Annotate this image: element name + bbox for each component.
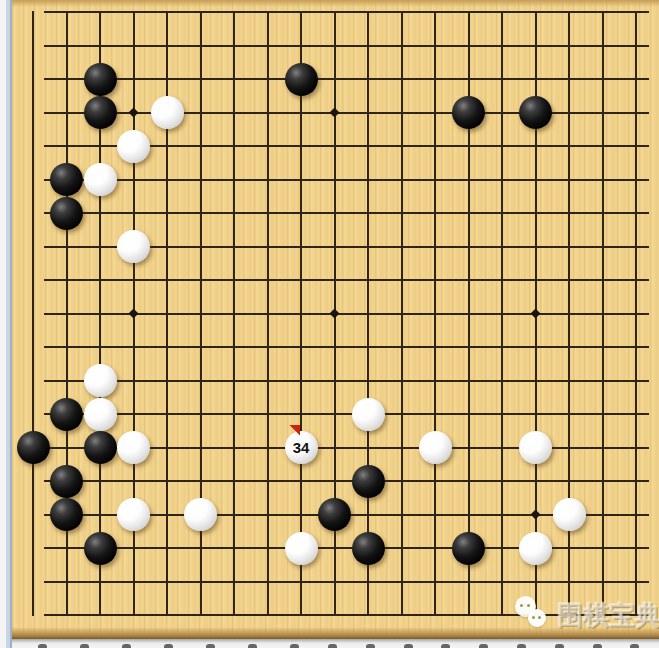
grid-line-horizontal [44,212,649,214]
black-stone [17,431,50,464]
black-stone [50,465,83,498]
cutoff-stone-top [290,644,299,648]
black-stone [452,532,485,565]
grid-line-horizontal [44,45,649,47]
grid-line-vertical [401,11,403,616]
black-stone [452,96,485,129]
watermark-text: 围棋宝典 [557,598,659,633]
board-top-edge [12,0,659,7]
white-stone [117,130,150,163]
cutoff-stone-top [593,644,602,648]
white-stone [285,532,318,565]
go-diagram-screenshot: 34 围棋宝典 [0,0,659,648]
white-stone [84,364,117,397]
grid-line-horizontal [44,11,649,13]
wechat-icon [515,596,551,632]
white-stone [117,230,150,263]
cutoff-stone-top [555,644,564,648]
cutoff-stone-top [441,644,450,648]
cutoff-stone-top [404,644,413,648]
black-stone [352,465,385,498]
white-stone [117,431,150,464]
grid-line-vertical [367,11,369,616]
wechat-bubble-small [528,609,546,627]
grid-line-horizontal [44,480,649,482]
white-stone [352,398,385,431]
black-stone [50,163,83,196]
cutoff-stone-top [122,644,131,648]
star-point [330,108,340,118]
cutoff-stone-top [630,644,639,648]
cutoff-stone-top [366,644,375,648]
grid-line-vertical [602,11,604,616]
cutoff-stone-top [80,644,89,648]
grid-line-vertical [434,11,436,616]
star-point [330,309,340,319]
black-stone [84,532,117,565]
black-stone [84,431,117,464]
cutoff-stone-top [479,644,488,648]
black-stone [50,398,83,431]
grid-line-horizontal [44,78,649,80]
move-number-label: 34 [293,440,310,455]
grid-line-horizontal [44,547,649,549]
cutoff-stone-top [328,644,337,648]
white-stone [117,498,150,531]
star-point [531,510,541,520]
grid-line-horizontal [44,279,649,281]
next-diagram-cutoff-strip [0,639,659,648]
white-stone [151,96,184,129]
black-stone [50,498,83,531]
black-stone [84,63,117,96]
grid-line-horizontal [44,346,649,348]
cutoff-stone-top [164,644,173,648]
star-point [129,108,139,118]
white-stone [184,498,217,531]
white-stone [419,431,452,464]
grid-line-vertical [32,11,34,616]
white-stone [84,163,117,196]
grid-line-vertical [501,11,503,616]
grid-line-horizontal [44,380,649,382]
grid-line-vertical [635,11,637,616]
cutoff-stone-top [38,644,47,648]
black-stone [84,96,117,129]
white-stone [519,431,552,464]
go-board: 34 [12,0,659,639]
cutoff-stone-top [517,644,526,648]
star-point [531,309,541,319]
grid-line-horizontal [44,581,649,583]
grid-line-horizontal [44,413,649,415]
cutoff-stone-top [248,644,257,648]
black-stone [352,532,385,565]
scroll-strip-edge [10,0,12,648]
watermark: 围棋宝典 [505,593,655,637]
page-left-gutter [0,0,12,648]
white-stone [84,398,117,431]
white-stone [553,498,586,531]
star-point [129,309,139,319]
white-stone [519,532,552,565]
cutoff-stone-top [206,644,215,648]
white-stone: 34 [285,431,318,464]
black-stone [50,197,83,230]
black-stone [318,498,351,531]
grid-line-horizontal [44,179,649,181]
black-stone [519,96,552,129]
black-stone [285,63,318,96]
